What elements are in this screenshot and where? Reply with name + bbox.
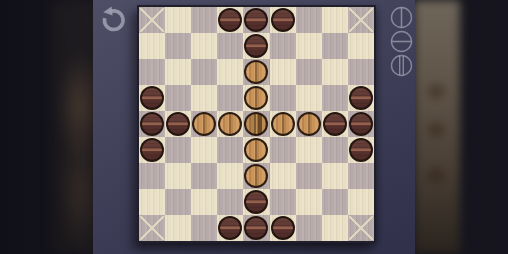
board-cell[interactable]	[217, 7, 243, 33]
board-cell[interactable]	[348, 33, 374, 59]
board-cell[interactable]	[296, 111, 322, 137]
attacker-piece[interactable]	[271, 8, 295, 32]
restart-icon	[98, 4, 130, 36]
board-cell[interactable]	[165, 7, 191, 33]
board-cell[interactable]	[270, 59, 296, 85]
board-cell[interactable]	[348, 111, 374, 137]
board-cell[interactable]	[165, 163, 191, 189]
attacker-piece[interactable]	[244, 216, 268, 240]
game-screen	[0, 0, 508, 254]
board-cell[interactable]	[348, 59, 374, 85]
defender-piece[interactable]	[244, 60, 268, 84]
board-cell[interactable]	[191, 7, 217, 33]
attacker-piece[interactable]	[271, 216, 295, 240]
board-cell[interactable]	[139, 59, 165, 85]
board-cell[interactable]	[270, 85, 296, 111]
defender-piece[interactable]	[244, 138, 268, 162]
attacker-piece[interactable]	[323, 112, 347, 136]
board-cell[interactable]	[217, 189, 243, 215]
attacker-indicator-icon[interactable]	[390, 30, 413, 53]
board-cell[interactable]	[191, 215, 217, 241]
board-cell[interactable]	[243, 59, 269, 85]
board-cell[interactable]	[165, 33, 191, 59]
board-cell[interactable]	[322, 59, 348, 85]
board-cell[interactable]	[165, 215, 191, 241]
board-cell[interactable]	[243, 7, 269, 33]
attacker-piece[interactable]	[349, 112, 373, 136]
defender-piece[interactable]	[297, 112, 321, 136]
board-cell[interactable]	[270, 33, 296, 59]
board-cell[interactable]	[270, 7, 296, 33]
attacker-piece[interactable]	[244, 8, 268, 32]
piece-indicators	[390, 6, 414, 77]
board-cell[interactable]	[243, 137, 269, 163]
board-cell[interactable]	[322, 111, 348, 137]
attacker-piece[interactable]	[244, 190, 268, 214]
board-cell[interactable]	[217, 111, 243, 137]
board-cell[interactable]	[322, 137, 348, 163]
board-cell[interactable]	[243, 163, 269, 189]
board-cell[interactable]	[191, 33, 217, 59]
board-cell[interactable]	[270, 163, 296, 189]
board-cell[interactable]	[296, 189, 322, 215]
defender-piece[interactable]	[192, 112, 216, 136]
board-cell[interactable]	[348, 7, 374, 33]
defender-piece[interactable]	[271, 112, 295, 136]
corner-x-mark	[349, 216, 373, 240]
board-cell[interactable]	[296, 215, 322, 241]
board-cell[interactable]	[139, 85, 165, 111]
attacker-piece[interactable]	[140, 138, 164, 162]
board-cell[interactable]	[296, 163, 322, 189]
board-cell[interactable]	[191, 163, 217, 189]
board-cell[interactable]	[217, 33, 243, 59]
king-indicator-icon[interactable]	[390, 54, 413, 77]
board-cell[interactable]	[348, 85, 374, 111]
board-cell[interactable]	[243, 111, 269, 137]
defender-piece[interactable]	[244, 164, 268, 188]
board-cell[interactable]	[165, 189, 191, 215]
board-cell[interactable]	[139, 7, 165, 33]
defender-indicator-icon[interactable]	[390, 6, 413, 29]
defender-piece[interactable]	[218, 112, 242, 136]
board-cell[interactable]	[165, 59, 191, 85]
board-cell[interactable]	[348, 189, 374, 215]
board-cell[interactable]	[139, 163, 165, 189]
attacker-piece[interactable]	[218, 216, 242, 240]
board-cell[interactable]	[217, 215, 243, 241]
attacker-piece[interactable]	[166, 112, 190, 136]
board-cell[interactable]	[139, 215, 165, 241]
attacker-piece[interactable]	[244, 34, 268, 58]
board-cell[interactable]	[191, 189, 217, 215]
board-cell[interactable]	[322, 33, 348, 59]
board-cell[interactable]	[270, 111, 296, 137]
attacker-piece[interactable]	[140, 86, 164, 110]
board-cell[interactable]	[296, 33, 322, 59]
board-cell[interactable]	[348, 215, 374, 241]
board-cell[interactable]	[322, 7, 348, 33]
corner-x-mark	[140, 8, 164, 32]
background-blur-right	[414, 0, 460, 254]
attacker-piece[interactable]	[349, 86, 373, 110]
board-cell[interactable]	[270, 215, 296, 241]
board-cell[interactable]	[296, 85, 322, 111]
board-cell[interactable]	[270, 189, 296, 215]
king-piece[interactable]	[244, 112, 268, 136]
board-cell[interactable]	[139, 189, 165, 215]
background-blur-left	[52, 0, 98, 254]
board-cell[interactable]	[243, 189, 269, 215]
board-cell[interactable]	[243, 33, 269, 59]
board-cell[interactable]	[270, 137, 296, 163]
board-cell[interactable]	[348, 163, 374, 189]
board-cell[interactable]	[322, 189, 348, 215]
board-cell[interactable]	[296, 137, 322, 163]
board-cell[interactable]	[296, 59, 322, 85]
board-cell[interactable]	[191, 59, 217, 85]
game-board	[137, 5, 376, 243]
attacker-piece[interactable]	[349, 138, 373, 162]
board-cell[interactable]	[348, 137, 374, 163]
board-cell[interactable]	[139, 137, 165, 163]
board-cell[interactable]	[243, 215, 269, 241]
board-cell[interactable]	[217, 59, 243, 85]
corner-x-mark	[349, 8, 373, 32]
board-cell[interactable]	[191, 111, 217, 137]
board-cell[interactable]	[217, 85, 243, 111]
board-cell[interactable]	[165, 111, 191, 137]
board-cell[interactable]	[322, 163, 348, 189]
board-cell[interactable]	[322, 85, 348, 111]
board-cell[interactable]	[191, 85, 217, 111]
restart-button[interactable]	[98, 4, 130, 36]
board-cell[interactable]	[243, 85, 269, 111]
board-cell[interactable]	[217, 163, 243, 189]
defender-piece[interactable]	[244, 86, 268, 110]
board-cell[interactable]	[296, 7, 322, 33]
attacker-piece[interactable]	[218, 8, 242, 32]
board-cell[interactable]	[191, 137, 217, 163]
board-cell[interactable]	[139, 33, 165, 59]
board-cell[interactable]	[139, 111, 165, 137]
board-cell[interactable]	[165, 137, 191, 163]
board-cell[interactable]	[165, 85, 191, 111]
attacker-piece[interactable]	[140, 112, 164, 136]
board-cell[interactable]	[217, 137, 243, 163]
board-cell[interactable]	[322, 215, 348, 241]
corner-x-mark	[140, 216, 164, 240]
